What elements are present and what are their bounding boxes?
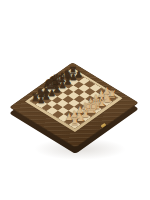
board-squares	[30, 70, 118, 128]
product-photo[interactable]: ♜♞♝♛♚♝♞♜♟♟♟♟♟♟♟♟♟♟♟♟♟♟♟♟♜♞♝♛♚♝♞♜	[0, 0, 150, 200]
chess-board	[9, 62, 139, 148]
